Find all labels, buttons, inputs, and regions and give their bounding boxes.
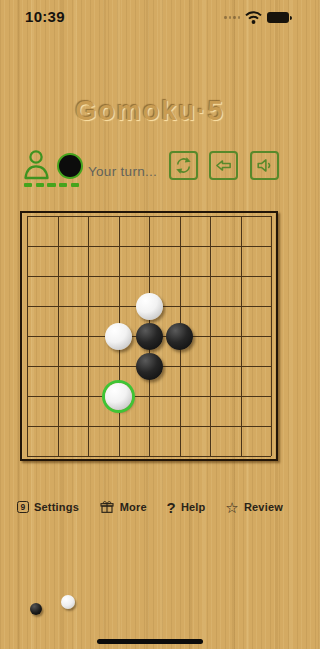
sound-button[interactable] <box>250 151 279 180</box>
review-button[interactable]: ☆ Review <box>225 500 283 515</box>
help-button[interactable]: ? Help <box>167 499 206 516</box>
restart-button[interactable] <box>169 151 198 180</box>
more-button[interactable]: More <box>99 499 147 515</box>
question-mark-icon: ? <box>167 499 176 516</box>
review-label: Review <box>244 501 283 513</box>
stone-white <box>136 293 163 320</box>
home-indicator <box>97 639 203 644</box>
gift-icon <box>99 499 115 515</box>
battery-icon <box>267 12 289 23</box>
board-size-9-icon: 9 <box>17 501 29 513</box>
wifi-icon <box>245 11 262 24</box>
turn-indicator-dashes <box>24 183 79 187</box>
stone-black <box>166 323 193 350</box>
decorative-white-stone <box>61 595 75 609</box>
settings-button[interactable]: 9 Settings <box>17 501 79 513</box>
player-stone-black <box>57 153 83 179</box>
help-label: Help <box>181 501 206 513</box>
grid-line <box>271 216 272 456</box>
star-icon: ☆ <box>225 500 239 515</box>
undo-arrow-icon <box>213 155 234 176</box>
player-avatar-icon <box>23 149 55 181</box>
restart-icon <box>173 155 194 176</box>
undo-button[interactable] <box>209 151 238 180</box>
stone-black <box>136 353 163 380</box>
status-bar-icons <box>224 11 289 24</box>
grid-line <box>27 396 271 397</box>
settings-label: Settings <box>34 501 79 513</box>
status-bar-time: 10:39 <box>25 8 65 25</box>
grid-line <box>210 216 211 456</box>
speaker-icon <box>254 155 275 176</box>
more-label: More <box>120 501 147 513</box>
stone-white <box>105 323 132 350</box>
grid-line <box>27 426 271 427</box>
decorative-black-stone <box>30 603 42 615</box>
grid-line <box>241 216 242 456</box>
app-title: Gomoku·5 <box>0 96 300 127</box>
bottom-toolbar: 9 Settings More ? Help ☆ Review <box>0 494 300 520</box>
cellular-signal-icon <box>224 16 240 19</box>
stone-white-last-move <box>105 383 132 410</box>
grid-line <box>27 456 271 457</box>
turn-status-label: Your turn... <box>88 164 157 179</box>
stone-black <box>136 323 163 350</box>
board-grid <box>27 216 271 456</box>
gomoku-board[interactable] <box>20 211 278 461</box>
